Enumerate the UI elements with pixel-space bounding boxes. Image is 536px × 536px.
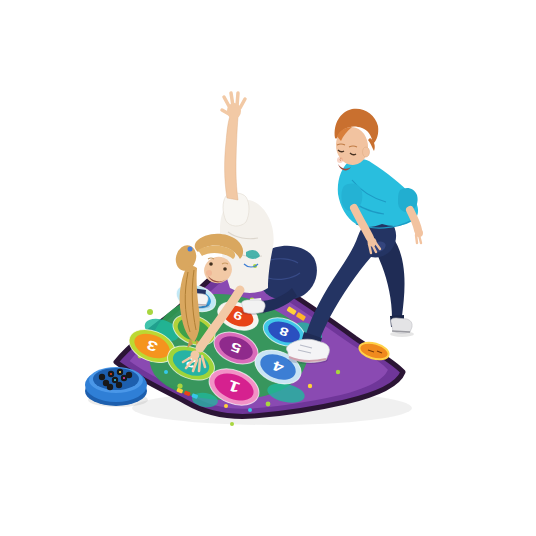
girl-cheek-blush	[206, 270, 212, 276]
girl-raised-hand	[222, 93, 245, 119]
boy-left-hand	[415, 229, 423, 243]
girl-raised-arm	[225, 116, 238, 200]
boy-back-shoe-sole	[392, 331, 410, 332]
girl-left-shoe	[242, 300, 266, 314]
speaker-control-pod	[85, 367, 147, 406]
boy-forward-leg	[306, 212, 396, 339]
boy-ear	[363, 147, 370, 157]
scene-canvas: 7 9 8 6 5 4 3	[0, 0, 536, 536]
product-photo: 7 9 8 6 5 4 3	[0, 0, 536, 536]
girl-hair-tie	[188, 247, 193, 252]
